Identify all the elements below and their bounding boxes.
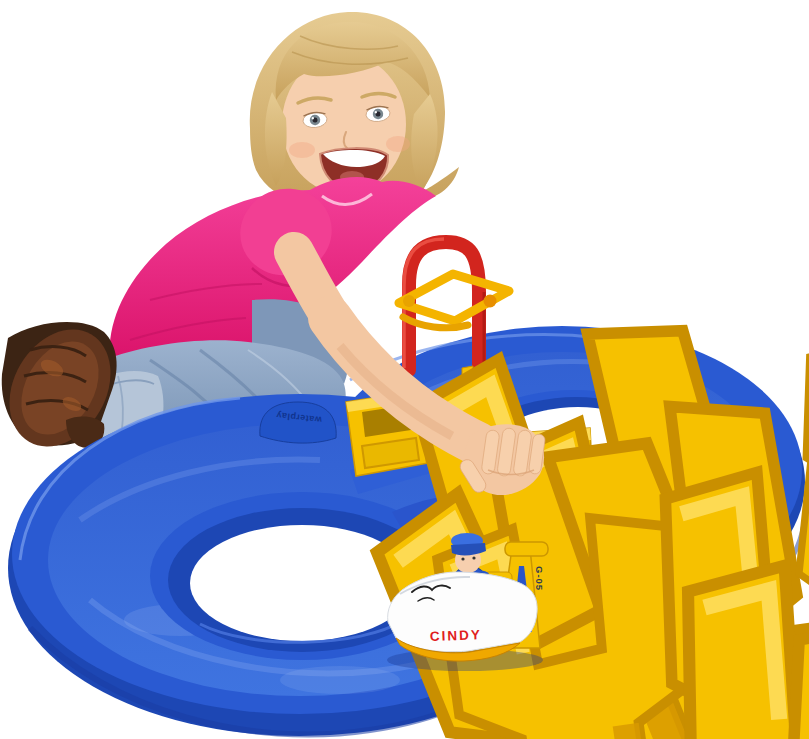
sailor-eye [461,557,464,560]
sailor-eye [472,556,475,559]
product-photo: waterplay waterplay.nl [0,0,809,739]
crane-top-bar [505,542,548,556]
wheel-peg [403,295,415,307]
boat-hull: CINDY [388,572,538,661]
island-hole [190,525,414,641]
scene-canvas: waterplay waterplay.nl [0,0,809,739]
crane-code-label: G-05 [534,566,545,591]
embossed-brand-tab: waterplay [260,402,336,443]
wheel-peg [484,295,497,308]
boat-name-label: CINDY [430,627,483,644]
cheek-blush [386,136,410,152]
cheek-blush [289,142,315,158]
water-sheen [280,666,400,694]
